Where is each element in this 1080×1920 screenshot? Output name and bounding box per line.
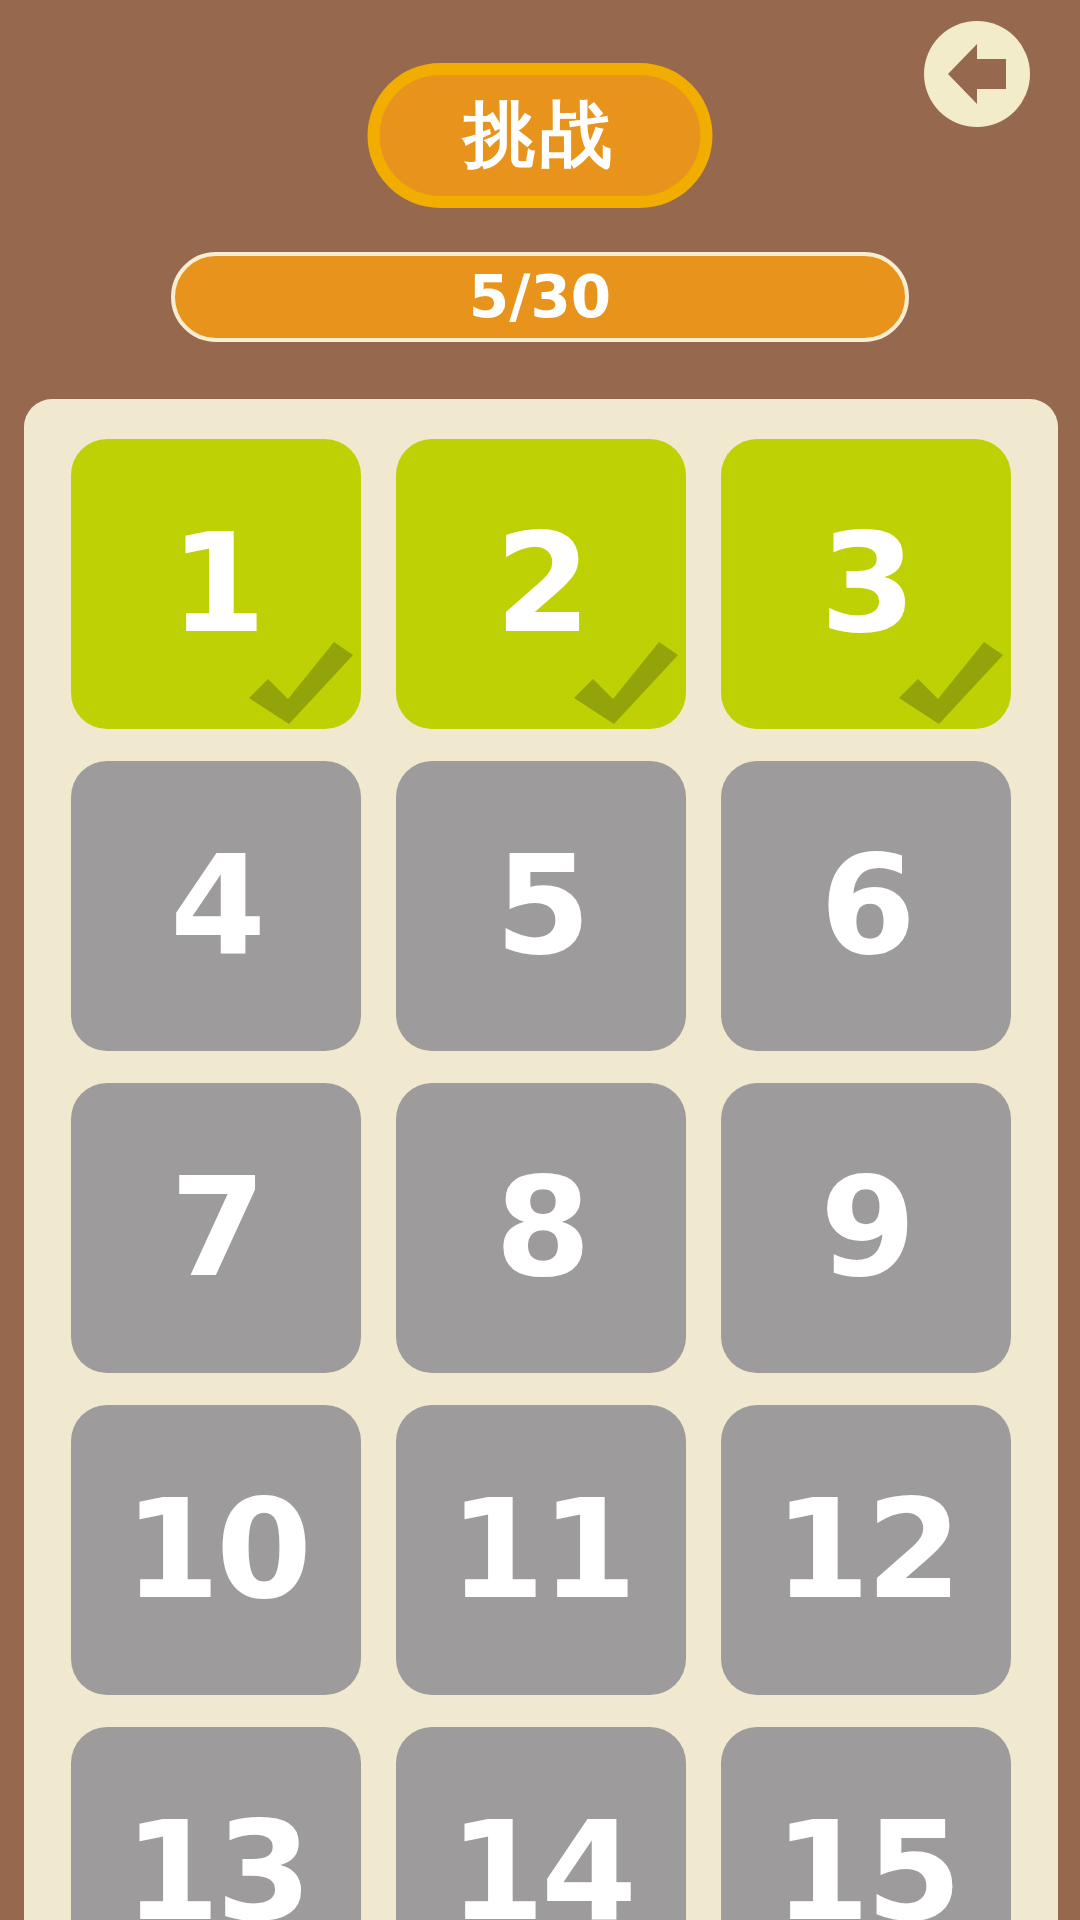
level-tile-1[interactable]: 1: [71, 439, 361, 729]
level-number: 8: [495, 1159, 587, 1297]
progress-badge: 5/30: [171, 252, 909, 342]
level-number: 14: [449, 1803, 633, 1920]
level-tile-6[interactable]: 6: [721, 761, 1011, 1051]
level-number: 9: [820, 1159, 912, 1297]
back-button[interactable]: [924, 21, 1030, 127]
level-number: 1: [170, 515, 262, 653]
level-number: 13: [124, 1803, 308, 1920]
level-tile-14[interactable]: 14: [396, 1727, 686, 1920]
level-number: 11: [449, 1481, 633, 1619]
level-number: 12: [774, 1481, 958, 1619]
checkmark-icon: [574, 642, 678, 724]
level-tile-11[interactable]: 11: [396, 1405, 686, 1695]
progress-text: 5/30: [469, 268, 611, 326]
level-tile-12[interactable]: 12: [721, 1405, 1011, 1695]
level-tile-3[interactable]: 3: [721, 439, 1011, 729]
level-tile-9[interactable]: 9: [721, 1083, 1011, 1373]
level-tile-13[interactable]: 13: [71, 1727, 361, 1920]
checkmark-icon: [249, 642, 353, 724]
level-tile-10[interactable]: 10: [71, 1405, 361, 1695]
level-tile-7[interactable]: 7: [71, 1083, 361, 1373]
level-tile-2[interactable]: 2: [396, 439, 686, 729]
level-tile-4[interactable]: 4: [71, 761, 361, 1051]
checkmark-icon: [899, 642, 1003, 724]
level-number: 6: [820, 837, 912, 975]
mode-title-badge: 挑战: [368, 63, 713, 208]
mode-title-badge-inner: 挑战: [380, 75, 701, 196]
level-panel: 123456789101112131415: [24, 399, 1058, 1920]
level-tile-5[interactable]: 5: [396, 761, 686, 1051]
mode-title: 挑战: [463, 98, 617, 174]
level-number: 15: [774, 1803, 958, 1920]
level-number: 3: [820, 515, 912, 653]
challenge-level-select-screen: 挑战 5/30 123456789101112131415: [0, 0, 1080, 1920]
level-number: 7: [170, 1159, 262, 1297]
level-number: 10: [124, 1481, 308, 1619]
level-number: 2: [495, 515, 587, 653]
back-arrow-icon: [948, 42, 1006, 106]
level-number: 5: [495, 837, 587, 975]
level-tile-8[interactable]: 8: [396, 1083, 686, 1373]
level-number: 4: [170, 837, 262, 975]
level-tile-15[interactable]: 15: [721, 1727, 1011, 1920]
level-grid: 123456789101112131415: [71, 439, 1011, 1920]
